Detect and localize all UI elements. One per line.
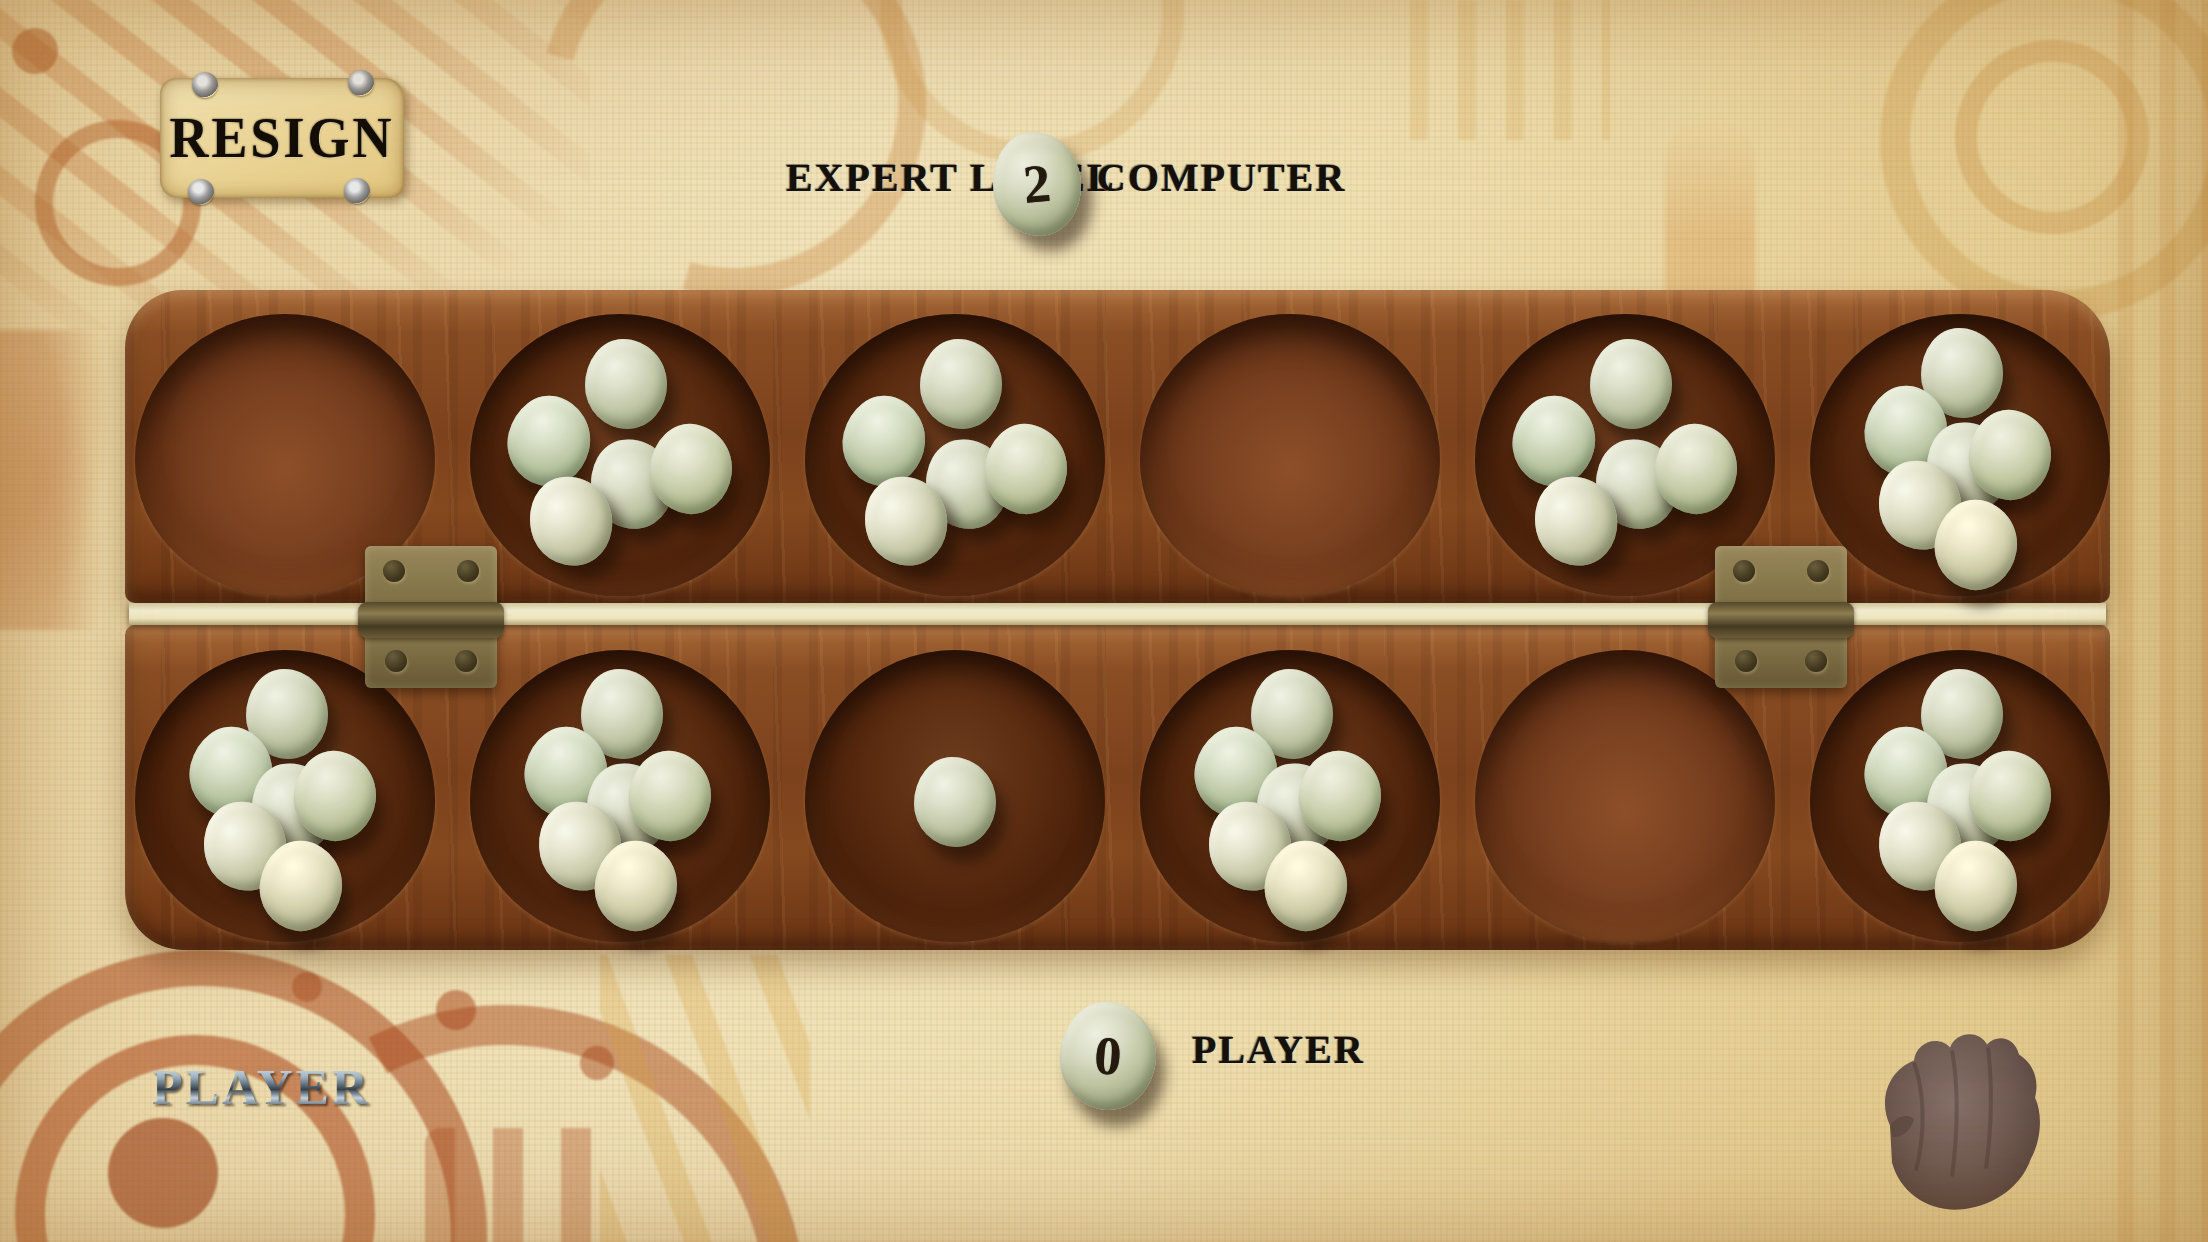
rivet-icon bbox=[455, 650, 477, 672]
tribal-motif bbox=[580, 1046, 614, 1080]
scroll-curl-icon bbox=[344, 178, 370, 204]
resign-button-label: RESIGN bbox=[169, 105, 394, 170]
pit-player-6[interactable] bbox=[1810, 650, 2110, 942]
tribal-motif bbox=[436, 990, 476, 1030]
pit-computer-6 bbox=[1810, 314, 2110, 596]
rivet-icon bbox=[1805, 650, 1827, 672]
pit-player-2[interactable] bbox=[470, 650, 770, 942]
player-score-seed: 0 bbox=[1056, 999, 1159, 1113]
tribal-motif bbox=[292, 972, 322, 1002]
scroll-curl-icon bbox=[348, 70, 374, 96]
pit-player-1[interactable] bbox=[135, 650, 435, 942]
player-label: PLAYER bbox=[1192, 1030, 1365, 1070]
seed bbox=[585, 339, 667, 429]
turn-indicator-label: PLAYER bbox=[152, 1062, 371, 1112]
seed bbox=[914, 757, 996, 847]
tribal-motif bbox=[0, 330, 110, 630]
rivet-icon bbox=[383, 560, 405, 582]
hinge-left bbox=[365, 546, 497, 688]
pit-computer-3 bbox=[805, 314, 1105, 596]
scroll-curl-icon bbox=[188, 179, 214, 205]
pit-computer-4 bbox=[1140, 314, 1440, 596]
hinge-right bbox=[1715, 546, 1847, 688]
seed bbox=[833, 387, 934, 494]
rivet-icon bbox=[385, 650, 407, 672]
seed bbox=[920, 339, 1002, 429]
rivet-icon bbox=[1807, 560, 1829, 582]
rivet-icon bbox=[1733, 560, 1755, 582]
fist-icon bbox=[1852, 1018, 2052, 1223]
rivet-icon bbox=[457, 560, 479, 582]
mancala-board bbox=[125, 290, 2110, 950]
computer-label: COMPUTER bbox=[1097, 158, 1346, 198]
seed bbox=[1590, 339, 1672, 429]
tribal-motif bbox=[12, 28, 58, 74]
player-score-value: 0 bbox=[1092, 1024, 1123, 1088]
pit-player-3[interactable] bbox=[805, 650, 1105, 942]
pit-computer-2 bbox=[470, 314, 770, 596]
tribal-motif bbox=[108, 1118, 218, 1228]
tribal-motif bbox=[1410, 0, 1610, 140]
pit-player-5[interactable] bbox=[1475, 650, 1775, 942]
pit-player-4[interactable] bbox=[1140, 650, 1440, 942]
scroll-curl-icon bbox=[192, 72, 218, 98]
resign-button[interactable]: RESIGN bbox=[160, 78, 404, 198]
game-screen: RESIGN EXPERT LEVEL 2 COMPUTER 0 PLAYER … bbox=[0, 0, 2208, 1242]
tribal-motif bbox=[425, 1128, 610, 1242]
tribal-motif bbox=[1880, 0, 2208, 320]
tribal-motif bbox=[2118, 0, 2208, 1242]
tribal-motif bbox=[1955, 40, 2149, 234]
tribal-motif bbox=[600, 955, 810, 1242]
rivet-icon bbox=[1735, 650, 1757, 672]
seed bbox=[1503, 387, 1604, 494]
computer-score-value: 2 bbox=[1021, 152, 1053, 216]
seed bbox=[498, 387, 599, 494]
computer-score-seed: 2 bbox=[989, 128, 1086, 239]
